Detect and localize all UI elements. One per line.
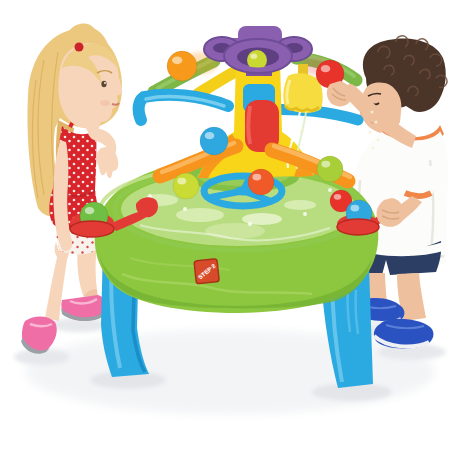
girl-eye (101, 81, 106, 87)
girl-cheek-blush (100, 100, 110, 106)
girl-hair-tie (75, 43, 84, 52)
girl-scoop-lip (70, 221, 114, 237)
play-ball-blue-ramp (200, 127, 228, 155)
scene-illustration: STEP 2 (0, 0, 450, 450)
ball-highlight (205, 132, 215, 139)
ball-highlight (85, 207, 95, 214)
boy-scoop-lip (337, 219, 379, 235)
tower-red-chute-highlight (249, 106, 251, 144)
step2-logo-badge: STEP 2 (194, 259, 219, 284)
play-ball-lime-right (317, 156, 343, 182)
ball-highlight (250, 54, 257, 59)
play-ball-lime-water (173, 173, 199, 199)
play-ball-orange-spinner (248, 169, 274, 195)
boy-sleeve-cuff-trim (405, 193, 431, 196)
product-photo: STEP 2 (0, 0, 450, 450)
girl-eye-glint (104, 82, 106, 84)
ball-highlight (321, 161, 330, 168)
ball-highlight (321, 65, 331, 72)
ball-highlight (172, 56, 182, 64)
play-ball-orange-left (167, 51, 197, 81)
ball-highlight (334, 194, 341, 200)
ball-highlight (350, 205, 359, 212)
ball-highlight (177, 178, 186, 185)
ball-highlight (252, 174, 261, 181)
